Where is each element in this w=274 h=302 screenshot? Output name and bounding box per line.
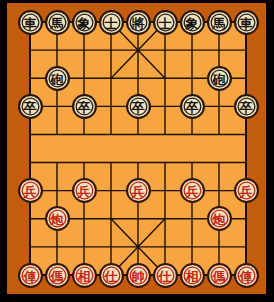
board-point-f7-r3[interactable]: [179, 64, 206, 92]
board-point-f8-r9[interactable]: [206, 233, 233, 261]
red-chariot[interactable]: 俥: [234, 263, 259, 288]
red-elephant[interactable]: 相: [180, 263, 205, 288]
board-point-f4-r9[interactable]: [98, 233, 125, 261]
board-point-f9-r4[interactable]: 卒: [233, 92, 260, 120]
board-point-f7-r9[interactable]: [179, 233, 206, 261]
piece-glyph: 相: [78, 269, 91, 282]
board-point-f9-r2[interactable]: [233, 36, 260, 64]
board-point-f3-r6[interactable]: [71, 149, 98, 177]
board-point-f5-r2[interactable]: [125, 36, 152, 64]
piece-glyph: 車: [240, 16, 253, 29]
piece-glyph: 馬: [213, 16, 226, 29]
board-point-f9-r10[interactable]: 俥: [233, 261, 260, 289]
board-point-f5-r8[interactable]: [125, 205, 152, 233]
board-point-f7-r5[interactable]: [179, 120, 206, 148]
piece-glyph: 兵: [132, 185, 145, 198]
piece-glyph: 卒: [240, 100, 253, 113]
board-point-f4-r2[interactable]: [98, 36, 125, 64]
board-point-f5-r10[interactable]: 帥: [125, 261, 152, 289]
board-point-f4-r3[interactable]: [98, 64, 125, 92]
board-point-f8-r1[interactable]: 馬: [206, 8, 233, 36]
board-point-f5-r7[interactable]: 兵: [125, 177, 152, 205]
piece-glyph: 將: [132, 16, 145, 29]
board-point-f1-r7[interactable]: 兵: [17, 177, 44, 205]
red-soldier[interactable]: 兵: [180, 178, 205, 203]
red-chariot[interactable]: 俥: [18, 263, 43, 288]
board-point-f9-r3[interactable]: [233, 64, 260, 92]
board-point-f6-r7[interactable]: [152, 177, 179, 205]
piece-glyph: 象: [78, 16, 91, 29]
black-cannon[interactable]: 砲: [207, 66, 232, 91]
piece-glyph: 兵: [240, 185, 253, 198]
board-point-f6-r5[interactable]: [152, 120, 179, 148]
piece-glyph: 炮: [51, 213, 64, 226]
board-point-f5-r5[interactable]: [125, 120, 152, 148]
red-soldier[interactable]: 兵: [18, 178, 43, 203]
piece-glyph: 象: [186, 16, 199, 29]
board-point-f4-r1[interactable]: 士: [98, 8, 125, 36]
piece-glyph: 兵: [186, 185, 199, 198]
red-advisor[interactable]: 仕: [153, 263, 178, 288]
piece-glyph: 仕: [105, 269, 118, 282]
board-point-f2-r6[interactable]: [44, 149, 71, 177]
board-point-f9-r7[interactable]: 兵: [233, 177, 260, 205]
board-point-f9-r8[interactable]: [233, 205, 260, 233]
black-soldier[interactable]: 卒: [180, 94, 205, 119]
red-horse[interactable]: 傌: [45, 263, 70, 288]
board-point-f2-r8[interactable]: 炮: [44, 205, 71, 233]
board-point-f6-r9[interactable]: [152, 233, 179, 261]
black-advisor[interactable]: 士: [99, 10, 124, 35]
black-chariot[interactable]: 車: [234, 10, 259, 35]
red-horse[interactable]: 傌: [207, 263, 232, 288]
black-general[interactable]: 將: [126, 10, 151, 35]
board-point-f6-r1[interactable]: 士: [152, 8, 179, 36]
board-point-f3-r7[interactable]: 兵: [71, 177, 98, 205]
board-point-f2-r2[interactable]: [44, 36, 71, 64]
piece-glyph: 仕: [159, 269, 172, 282]
board-point-f3-r5[interactable]: [71, 120, 98, 148]
board-point-f7-r2[interactable]: [179, 36, 206, 64]
black-horse[interactable]: 馬: [207, 10, 232, 35]
board-point-f8-r10[interactable]: 傌: [206, 261, 233, 289]
red-general[interactable]: 帥: [126, 263, 151, 288]
board-point-f2-r5[interactable]: [44, 120, 71, 148]
board-point-f7-r6[interactable]: [179, 149, 206, 177]
piece-glyph: 相: [186, 269, 199, 282]
board-point-f4-r6[interactable]: [98, 149, 125, 177]
board-point-f9-r5[interactable]: [233, 120, 260, 148]
board-point-f8-r7[interactable]: [206, 177, 233, 205]
board-point-f4-r4[interactable]: [98, 92, 125, 120]
piece-glyph: 俥: [24, 269, 37, 282]
black-elephant[interactable]: 象: [180, 10, 205, 35]
piece-glyph: 俥: [240, 269, 253, 282]
piece-glyph: 兵: [78, 185, 91, 198]
board-point-f5-r3[interactable]: [125, 64, 152, 92]
board-point-f8-r5[interactable]: [206, 120, 233, 148]
board-grid: 車馬象士將士象馬車砲砲卒卒卒卒卒兵兵兵兵兵炮炮俥傌相仕帥仕相傌俥: [17, 8, 260, 289]
black-cannon[interactable]: 砲: [45, 66, 70, 91]
piece-glyph: 卒: [186, 100, 199, 113]
piece-glyph: 炮: [213, 213, 226, 226]
piece-glyph: 卒: [78, 100, 91, 113]
black-elephant[interactable]: 象: [72, 10, 97, 35]
board-point-f1-r6[interactable]: [17, 149, 44, 177]
board-point-f3-r1[interactable]: 象: [71, 8, 98, 36]
board-point-f2-r4[interactable]: [44, 92, 71, 120]
piece-glyph: 兵: [24, 185, 37, 198]
board-point-f9-r1[interactable]: 車: [233, 8, 260, 36]
red-cannon[interactable]: 炮: [45, 206, 70, 231]
black-soldier[interactable]: 卒: [126, 94, 151, 119]
piece-glyph: 傌: [213, 269, 226, 282]
piece-glyph: 卒: [132, 100, 145, 113]
board-point-f5-r9[interactable]: [125, 233, 152, 261]
piece-glyph: 帥: [132, 269, 145, 282]
board-point-f2-r10[interactable]: 傌: [44, 261, 71, 289]
board-point-f3-r8[interactable]: [71, 205, 98, 233]
board-point-f7-r1[interactable]: 象: [179, 8, 206, 36]
piece-glyph: 馬: [51, 16, 64, 29]
board-point-f1-r1[interactable]: 車: [17, 8, 44, 36]
black-advisor[interactable]: 士: [153, 10, 178, 35]
board-point-f6-r6[interactable]: [152, 149, 179, 177]
board-point-f7-r4[interactable]: 卒: [179, 92, 206, 120]
red-elephant[interactable]: 相: [72, 263, 97, 288]
black-chariot[interactable]: 車: [18, 10, 43, 35]
board-point-f7-r10[interactable]: 相: [179, 261, 206, 289]
board-point-f4-r7[interactable]: [98, 177, 125, 205]
piece-glyph: 傌: [51, 269, 64, 282]
board-point-f6-r4[interactable]: [152, 92, 179, 120]
board-point-f1-r2[interactable]: [17, 36, 44, 64]
piece-glyph: 卒: [24, 100, 37, 113]
piece-glyph: 車: [24, 16, 37, 29]
board-point-f8-r3[interactable]: 砲: [206, 64, 233, 92]
board-point-f7-r7[interactable]: 兵: [179, 177, 206, 205]
piece-glyph: 士: [159, 16, 172, 29]
red-advisor[interactable]: 仕: [99, 263, 124, 288]
board-point-f6-r8[interactable]: [152, 205, 179, 233]
board-point-f8-r8[interactable]: 炮: [206, 205, 233, 233]
board-point-f5-r4[interactable]: 卒: [125, 92, 152, 120]
board-point-f2-r1[interactable]: 馬: [44, 8, 71, 36]
piece-glyph: 砲: [51, 72, 64, 85]
board-point-f4-r5[interactable]: [98, 120, 125, 148]
board-point-f1-r4[interactable]: 卒: [17, 92, 44, 120]
board-point-f8-r2[interactable]: [206, 36, 233, 64]
board-point-f1-r8[interactable]: [17, 205, 44, 233]
board-point-f9-r6[interactable]: [233, 149, 260, 177]
piece-glyph: 士: [105, 16, 118, 29]
board-point-f3-r10[interactable]: 相: [71, 261, 98, 289]
piece-glyph: 砲: [213, 72, 226, 85]
board-point-f3-r3[interactable]: [71, 64, 98, 92]
board-point-f3-r9[interactable]: [71, 233, 98, 261]
board-point-f5-r1[interactable]: 將: [125, 8, 152, 36]
red-cannon[interactable]: 炮: [207, 206, 232, 231]
board-point-f4-r10[interactable]: 仕: [98, 261, 125, 289]
board-point-f5-r6[interactable]: [125, 149, 152, 177]
board-point-f1-r5[interactable]: [17, 120, 44, 148]
board-point-f6-r3[interactable]: [152, 64, 179, 92]
board-point-f1-r10[interactable]: 俥: [17, 261, 44, 289]
board-point-f4-r8[interactable]: [98, 205, 125, 233]
red-soldier[interactable]: 兵: [126, 178, 151, 203]
board-point-f3-r4[interactable]: 卒: [71, 92, 98, 120]
board-point-f7-r8[interactable]: [179, 205, 206, 233]
board-point-f9-r9[interactable]: [233, 233, 260, 261]
board-point-f6-r10[interactable]: 仕: [152, 261, 179, 289]
board-point-f6-r2[interactable]: [152, 36, 179, 64]
board-point-f2-r7[interactable]: [44, 177, 71, 205]
red-soldier[interactable]: 兵: [72, 178, 97, 203]
board-point-f2-r9[interactable]: [44, 233, 71, 261]
board-point-f8-r6[interactable]: [206, 149, 233, 177]
red-soldier[interactable]: 兵: [234, 178, 259, 203]
board-point-f1-r3[interactable]: [17, 64, 44, 92]
board-point-f3-r2[interactable]: [71, 36, 98, 64]
xiangqi-diagram: 車馬象士將士象馬車砲砲卒卒卒卒卒兵兵兵兵兵炮炮俥傌相仕帥仕相傌俥: [0, 0, 274, 302]
black-soldier[interactable]: 卒: [72, 94, 97, 119]
board-point-f8-r4[interactable]: [206, 92, 233, 120]
black-soldier[interactable]: 卒: [18, 94, 43, 119]
black-soldier[interactable]: 卒: [234, 94, 259, 119]
black-horse[interactable]: 馬: [45, 10, 70, 35]
board-point-f1-r9[interactable]: [17, 233, 44, 261]
board-point-f2-r3[interactable]: 砲: [44, 64, 71, 92]
